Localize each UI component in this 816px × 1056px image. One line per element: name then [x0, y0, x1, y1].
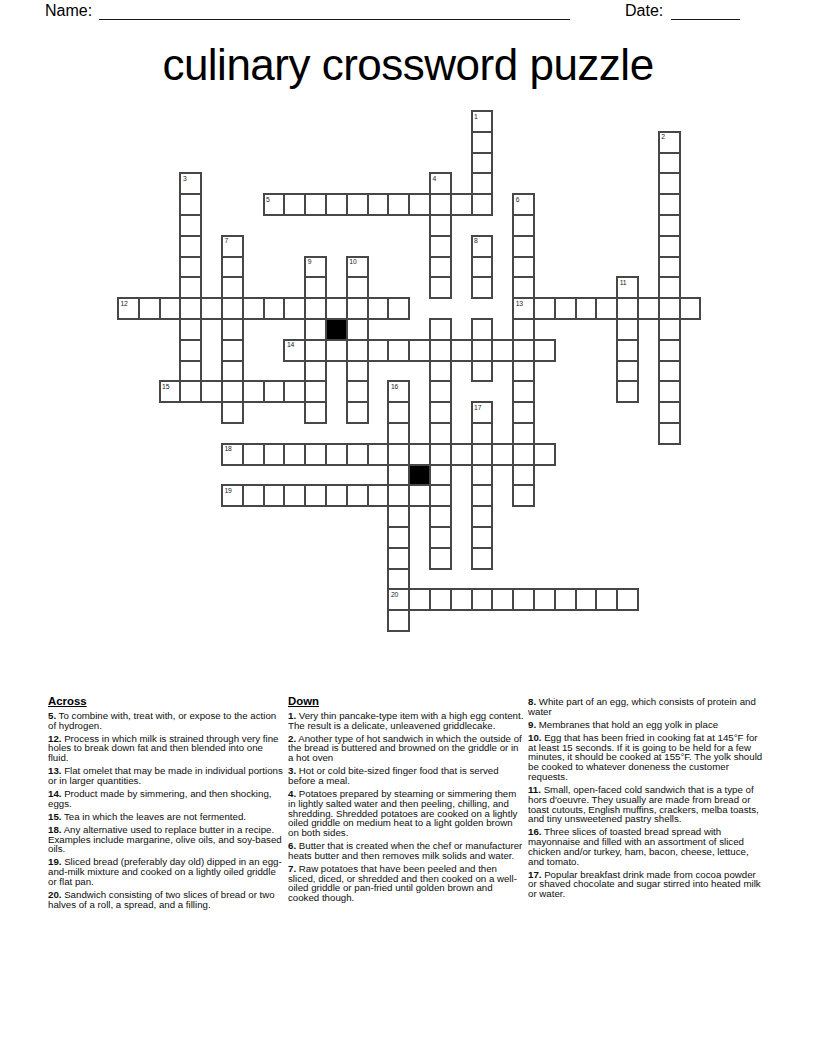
- grid-cell[interactable]: [387, 568, 410, 591]
- grid-cell[interactable]: [221, 339, 244, 362]
- grid-cell[interactable]: [658, 380, 681, 403]
- grid-cell[interactable]: [346, 297, 369, 320]
- grid-cell[interactable]: [325, 484, 348, 507]
- grid-cell[interactable]: [179, 297, 202, 320]
- grid-cell[interactable]: [304, 193, 327, 216]
- grid-cell[interactable]: [658, 422, 681, 445]
- grid-cell[interactable]: [304, 443, 327, 466]
- grid-cell[interactable]: [367, 443, 390, 466]
- grid-cell[interactable]: [408, 588, 431, 611]
- grid-cell[interactable]: [429, 484, 452, 507]
- clue-number: 5: [266, 196, 270, 203]
- grid-cell[interactable]: [658, 193, 681, 216]
- clue-17: 17. Popular breakfast drink made from co…: [528, 870, 766, 899]
- clue-number: 13: [516, 300, 523, 307]
- grid-cell[interactable]: 8: [471, 235, 494, 258]
- grid-cell[interactable]: [159, 297, 182, 320]
- grid-cell[interactable]: [658, 235, 681, 258]
- grid-cell[interactable]: [491, 588, 514, 611]
- grid-cell[interactable]: 11: [616, 276, 639, 299]
- grid-cell[interactable]: [408, 339, 431, 362]
- clue-2: 2. Another type of hot sandwich in which…: [288, 734, 526, 763]
- grid-cell[interactable]: [616, 360, 639, 383]
- grid-cell[interactable]: [179, 214, 202, 237]
- grid-cell[interactable]: [179, 256, 202, 279]
- grid-cell[interactable]: [450, 339, 473, 362]
- grid-cell[interactable]: [367, 297, 390, 320]
- grid-cell[interactable]: [658, 152, 681, 175]
- grid-cell[interactable]: [242, 297, 265, 320]
- clue-19: 19. Sliced bread (preferably day old) di…: [48, 857, 286, 886]
- grid-cell[interactable]: [387, 464, 410, 487]
- grid-cell[interactable]: [242, 443, 265, 466]
- down-clues-col1: 1. Very thin pancake-type item with a hi…: [288, 711, 526, 903]
- grid-cell[interactable]: 20: [387, 588, 410, 611]
- grid-cell[interactable]: [387, 547, 410, 570]
- clue-number: 11: [620, 279, 627, 286]
- grid-cell[interactable]: [471, 172, 494, 195]
- grid-cell[interactable]: [616, 318, 639, 341]
- down-clues-col2: 8. White part of an egg, which consists …: [528, 697, 766, 899]
- grid-cell[interactable]: [429, 276, 452, 299]
- clue-14: 14. Product made by simmering, and then …: [48, 789, 286, 809]
- grid-cell[interactable]: [554, 297, 577, 320]
- grid-cell[interactable]: [595, 297, 618, 320]
- grid-cell[interactable]: [429, 360, 452, 383]
- grid-cell[interactable]: [429, 214, 452, 237]
- grid-cell[interactable]: [179, 276, 202, 299]
- grid-cell[interactable]: [346, 318, 369, 341]
- grid-cell[interactable]: [179, 235, 202, 258]
- grid-cell[interactable]: [429, 380, 452, 403]
- grid-cell[interactable]: [200, 297, 223, 320]
- grid-cell[interactable]: [616, 339, 639, 362]
- grid-cell[interactable]: [304, 339, 327, 362]
- grid-cell[interactable]: [429, 235, 452, 258]
- grid-cell[interactable]: [221, 297, 244, 320]
- grid-cell[interactable]: [242, 484, 265, 507]
- grid-cell[interactable]: [221, 401, 244, 424]
- grid-cell[interactable]: [554, 588, 577, 611]
- grid-cell[interactable]: [512, 588, 535, 611]
- grid-cell[interactable]: [221, 318, 244, 341]
- grid-cell[interactable]: [471, 505, 494, 528]
- clue-3: 3. Hot or cold bite-sized finger food th…: [288, 766, 526, 786]
- grid-cell[interactable]: [471, 547, 494, 570]
- clue-10: 10. Egg that has been fried in cooking f…: [528, 733, 766, 782]
- grid-cell[interactable]: [471, 443, 494, 466]
- clue-8: 8. White part of an egg, which consists …: [528, 697, 766, 717]
- grid-cell[interactable]: [221, 360, 244, 383]
- clue-1: 1. Very thin pancake-type item with a hi…: [288, 711, 526, 731]
- grid-cell[interactable]: [429, 464, 452, 487]
- clue-number: 1: [474, 113, 478, 120]
- grid-cell[interactable]: [471, 588, 494, 611]
- across-header: Across: [48, 697, 286, 707]
- clue-5: 5. To combine with, treat with, or expos…: [48, 711, 286, 731]
- clue-number: 3: [183, 175, 187, 182]
- grid-cell[interactable]: [429, 547, 452, 570]
- grid-cell[interactable]: [637, 297, 660, 320]
- grid-cell[interactable]: [471, 318, 494, 341]
- grid-cell[interactable]: [450, 443, 473, 466]
- grid-cell[interactable]: [221, 256, 244, 279]
- grid-cell[interactable]: 16: [387, 380, 410, 403]
- grid-cell[interactable]: [679, 297, 702, 320]
- grid-cell[interactable]: [512, 339, 535, 362]
- grid-cell[interactable]: [658, 256, 681, 279]
- clue-number: 9: [308, 258, 312, 265]
- across-clues-list: 5. To combine with, treat with, or expos…: [48, 711, 286, 910]
- grid-cell[interactable]: [471, 276, 494, 299]
- worksheet-page: { "game": "crossword", "header": { "name…: [0, 0, 816, 1056]
- grid-cell[interactable]: [512, 235, 535, 258]
- clue-13: 13. Flat omelet that may be made in indi…: [48, 766, 286, 786]
- grid-cell[interactable]: [429, 318, 452, 341]
- grid-cell[interactable]: [429, 193, 452, 216]
- grid-cell[interactable]: [263, 484, 286, 507]
- grid-cell[interactable]: [304, 380, 327, 403]
- grid-cell[interactable]: [179, 339, 202, 362]
- grid-cell[interactable]: [387, 422, 410, 445]
- grid-cell[interactable]: [387, 505, 410, 528]
- clue-number: 19: [225, 487, 232, 494]
- grid-cell[interactable]: [325, 193, 348, 216]
- grid-cell[interactable]: [533, 588, 556, 611]
- grid-cell[interactable]: [429, 422, 452, 445]
- grid-cell[interactable]: [346, 276, 369, 299]
- grid-cell[interactable]: [512, 464, 535, 487]
- grid-cell[interactable]: [616, 297, 639, 320]
- grid-cell[interactable]: [387, 443, 410, 466]
- grid-cell[interactable]: 19: [221, 484, 244, 507]
- grid-cell[interactable]: [471, 152, 494, 175]
- clue-number: 15: [162, 383, 169, 390]
- grid-cell[interactable]: [325, 297, 348, 320]
- grid-cell[interactable]: [471, 484, 494, 507]
- grid-cell[interactable]: [408, 193, 431, 216]
- grid-cell[interactable]: [616, 380, 639, 403]
- grid-cell[interactable]: [242, 380, 265, 403]
- grid-cell[interactable]: [304, 360, 327, 383]
- clue-11: 11. Small, open-faced cold sandwich that…: [528, 785, 766, 824]
- clue-15: 15. Tea in which the leaves are not ferm…: [48, 812, 286, 822]
- name-write-line[interactable]: [99, 1, 570, 20]
- grid-cell[interactable]: [346, 401, 369, 424]
- grid-cell[interactable]: [491, 443, 514, 466]
- grid-cell[interactable]: [367, 339, 390, 362]
- grid-cell[interactable]: [304, 484, 327, 507]
- grid-cell[interactable]: [325, 443, 348, 466]
- grid-cell[interactable]: [512, 318, 535, 341]
- grid-cell[interactable]: [512, 401, 535, 424]
- grid-cell[interactable]: [512, 380, 535, 403]
- grid-cell[interactable]: [346, 484, 369, 507]
- grid-cell[interactable]: 7: [221, 235, 244, 258]
- black-cell: [408, 464, 431, 487]
- grid-cell[interactable]: [658, 318, 681, 341]
- grid-cell[interactable]: [450, 588, 473, 611]
- grid-cell[interactable]: [471, 422, 494, 445]
- crossword-grid: 1234567891011121314151617181920: [117, 110, 701, 631]
- grid-cell[interactable]: [304, 297, 327, 320]
- grid-cell[interactable]: [263, 380, 286, 403]
- down-clues-column-1: Down 1. Very thin pancake-type item with…: [288, 697, 526, 906]
- grid-cell[interactable]: [346, 193, 369, 216]
- grid-cell[interactable]: [304, 401, 327, 424]
- grid-cell[interactable]: 6: [512, 193, 535, 216]
- grid-cell[interactable]: [658, 297, 681, 320]
- grid-cell[interactable]: [512, 422, 535, 445]
- grid-cell[interactable]: [283, 297, 306, 320]
- grid-cell[interactable]: [658, 276, 681, 299]
- clue-number: 17: [474, 404, 481, 411]
- grid-cell[interactable]: [387, 484, 410, 507]
- grid-cell[interactable]: [429, 339, 452, 362]
- clue-number: 18: [225, 445, 232, 452]
- grid-cell[interactable]: [575, 297, 598, 320]
- grid-cell[interactable]: [304, 318, 327, 341]
- grid-cell[interactable]: [346, 360, 369, 383]
- grid-cell[interactable]: [387, 297, 410, 320]
- grid-cell[interactable]: [221, 276, 244, 299]
- clue-number: 14: [287, 341, 294, 348]
- grid-cell[interactable]: [658, 360, 681, 383]
- grid-cell[interactable]: [429, 401, 452, 424]
- grid-cell[interactable]: [471, 360, 494, 383]
- grid-cell[interactable]: [179, 360, 202, 383]
- black-cell: [325, 318, 348, 341]
- grid-cell[interactable]: [512, 443, 535, 466]
- grid-cell[interactable]: [325, 339, 348, 362]
- grid-cell[interactable]: [304, 276, 327, 299]
- grid-cell[interactable]: [512, 360, 535, 383]
- clue-number: 7: [225, 237, 229, 244]
- grid-cell[interactable]: [367, 193, 390, 216]
- grid-cell[interactable]: [283, 380, 306, 403]
- grid-cell[interactable]: 14: [283, 339, 306, 362]
- clue-number: 8: [474, 237, 478, 244]
- grid-cell[interactable]: [471, 339, 494, 362]
- grid-cell[interactable]: [283, 484, 306, 507]
- clue-16: 16. Three slices of toasted bread spread…: [528, 827, 766, 866]
- clue-6: 6. Butter that is created when the chef …: [288, 841, 526, 861]
- grid-cell[interactable]: [429, 256, 452, 279]
- down-header: Down: [288, 697, 526, 707]
- clue-number: 16: [391, 383, 398, 390]
- grid-cell[interactable]: [512, 214, 535, 237]
- grid-cell[interactable]: [658, 401, 681, 424]
- clue-number: 6: [516, 196, 520, 203]
- grid-cell[interactable]: [491, 339, 514, 362]
- grid-cell[interactable]: [179, 193, 202, 216]
- grid-cell[interactable]: [471, 464, 494, 487]
- clue-7: 7. Raw potatoes that have been peeled an…: [288, 864, 526, 903]
- grid-cell[interactable]: 2: [658, 131, 681, 154]
- clue-number: 12: [121, 300, 128, 307]
- grid-cell[interactable]: [408, 484, 431, 507]
- grid-cell[interactable]: [387, 193, 410, 216]
- grid-cell[interactable]: [179, 380, 202, 403]
- grid-cell[interactable]: [595, 588, 618, 611]
- clue-number: 4: [433, 175, 437, 182]
- across-clues-column: Across 5. To combine with, treat with, o…: [48, 697, 286, 913]
- grid-cell[interactable]: [429, 443, 452, 466]
- clue-number: 2: [661, 133, 665, 140]
- grid-cell[interactable]: [263, 443, 286, 466]
- grid-cell[interactable]: 18: [221, 443, 244, 466]
- grid-cell[interactable]: [533, 443, 556, 466]
- grid-cell[interactable]: [367, 484, 390, 507]
- grid-cell[interactable]: [533, 297, 556, 320]
- grid-cell[interactable]: [387, 609, 410, 632]
- clue-4: 4. Potatoes prepared by steaming or simm…: [288, 789, 526, 838]
- grid-cell[interactable]: [221, 380, 244, 403]
- grid-cell[interactable]: [387, 526, 410, 549]
- grid-cell[interactable]: [471, 131, 494, 154]
- name-label: Name:: [45, 2, 92, 20]
- grid-cell[interactable]: [533, 339, 556, 362]
- clue-number: 20: [391, 591, 398, 598]
- clue-12: 12. Process in which milk is strained th…: [48, 734, 286, 763]
- grid-cell[interactable]: [512, 256, 535, 279]
- grid-cell[interactable]: [263, 297, 286, 320]
- grid-cell[interactable]: [429, 505, 452, 528]
- grid-cell[interactable]: 13: [512, 297, 535, 320]
- grid-cell[interactable]: [471, 193, 494, 216]
- grid-cell[interactable]: 1: [471, 110, 494, 133]
- grid-cell[interactable]: 17: [471, 401, 494, 424]
- grid-cell[interactable]: [575, 588, 598, 611]
- grid-cell[interactable]: [346, 443, 369, 466]
- grid-cell[interactable]: [200, 380, 223, 403]
- grid-cell[interactable]: [616, 588, 639, 611]
- grid-cell[interactable]: 4: [429, 172, 452, 195]
- grid-cell[interactable]: [346, 380, 369, 403]
- grid-cell[interactable]: [429, 526, 452, 549]
- grid-cell[interactable]: [450, 193, 473, 216]
- grid-cell[interactable]: [658, 339, 681, 362]
- clue-18: 18. Any alternative used to replace butt…: [48, 825, 286, 854]
- date-label: Date:: [625, 2, 663, 20]
- page-title: culinary crossword puzzle: [0, 40, 816, 90]
- grid-cell[interactable]: [387, 339, 410, 362]
- grid-cell[interactable]: 10: [346, 256, 369, 279]
- grid-cell[interactable]: [346, 339, 369, 362]
- clue-20: 20. Sandwich consisting of two slices of…: [48, 890, 286, 910]
- grid-cell[interactable]: [471, 526, 494, 549]
- down-clues-column-2: 8. White part of an egg, which consists …: [528, 697, 766, 902]
- grid-cell[interactable]: [283, 443, 306, 466]
- grid-cell[interactable]: 15: [159, 380, 182, 403]
- clue-9: 9. Membranes that hold an egg yolk in pl…: [528, 720, 766, 730]
- grid-cell[interactable]: [512, 484, 535, 507]
- grid-cell[interactable]: [429, 588, 452, 611]
- grid-cell[interactable]: 3: [179, 172, 202, 195]
- grid-cell[interactable]: 9: [304, 256, 327, 279]
- grid-cell[interactable]: [387, 401, 410, 424]
- grid-cell[interactable]: [658, 214, 681, 237]
- grid-cell[interactable]: [179, 318, 202, 341]
- grid-cell[interactable]: [512, 276, 535, 299]
- grid-cell[interactable]: [408, 443, 431, 466]
- grid-cell[interactable]: [138, 297, 161, 320]
- grid-cell[interactable]: [471, 256, 494, 279]
- grid-cell[interactable]: 12: [117, 297, 140, 320]
- grid-cell[interactable]: [283, 193, 306, 216]
- grid-cell[interactable]: 5: [263, 193, 286, 216]
- clue-number: 10: [349, 258, 356, 265]
- date-write-line[interactable]: [671, 1, 740, 20]
- grid-cell[interactable]: [658, 172, 681, 195]
